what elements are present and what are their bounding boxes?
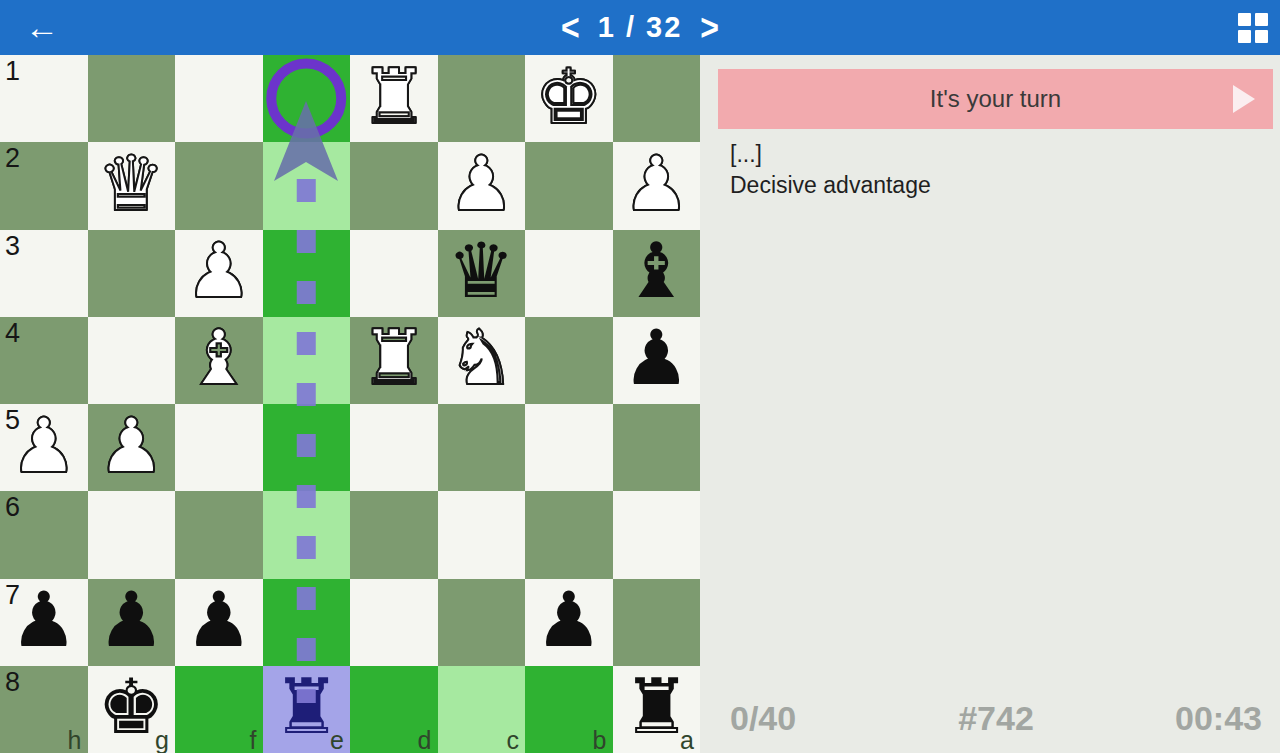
- timer: 00:43: [1175, 699, 1262, 738]
- back-arrow-icon: ←: [25, 0, 59, 55]
- square-d4[interactable]: ♜: [350, 317, 438, 404]
- square-a8[interactable]: a♜: [613, 666, 701, 753]
- square-g2[interactable]: ♛: [88, 142, 176, 229]
- rank-label-2: 2: [5, 143, 20, 174]
- piece-bP-b7: ♟: [535, 578, 603, 662]
- square-f8[interactable]: f: [175, 666, 263, 753]
- rank-label-1: 1: [5, 56, 20, 87]
- square-e3[interactable]: [263, 230, 351, 317]
- page-indicator: 1 / 32: [598, 11, 683, 44]
- square-b4[interactable]: [525, 317, 613, 404]
- square-d2[interactable]: [350, 142, 438, 229]
- square-d8[interactable]: d: [350, 666, 438, 753]
- square-g4[interactable]: [88, 317, 176, 404]
- piece-bR-e8: ♜: [272, 665, 340, 749]
- square-g7[interactable]: ♟: [88, 579, 176, 666]
- rank-label-5: 5: [5, 405, 20, 436]
- square-f4[interactable]: ♝: [175, 317, 263, 404]
- square-h1[interactable]: 1: [0, 55, 88, 142]
- piece-wR-d1: ♜: [360, 55, 428, 139]
- square-c4[interactable]: ♞: [438, 317, 526, 404]
- piece-wK-b1: ♚: [535, 55, 603, 139]
- piece-wP-h5: ♟: [10, 404, 78, 488]
- piece-bR-a8: ♜: [622, 665, 690, 749]
- square-h6[interactable]: 6: [0, 491, 88, 578]
- play-icon[interactable]: [1233, 85, 1255, 113]
- square-e1[interactable]: [263, 55, 351, 142]
- piece-bP-a4: ♟: [622, 316, 690, 400]
- square-d7[interactable]: [350, 579, 438, 666]
- square-e8[interactable]: e♜: [263, 666, 351, 753]
- chess-board[interactable]: 1♜♚2♛♟♟3♟♛♝4♝♜♞♟5♟♟67♟♟♟♟8hg♚fe♜dcba♜: [0, 55, 700, 753]
- square-b7[interactable]: ♟: [525, 579, 613, 666]
- file-label-d: d: [418, 726, 432, 753]
- file-label-e: e: [330, 726, 344, 753]
- square-f3[interactable]: ♟: [175, 230, 263, 317]
- square-g1[interactable]: [88, 55, 176, 142]
- file-label-c: c: [507, 726, 520, 753]
- square-f1[interactable]: [175, 55, 263, 142]
- piece-bQ-c3: ♛: [447, 229, 515, 313]
- square-a4[interactable]: ♟: [613, 317, 701, 404]
- square-f6[interactable]: [175, 491, 263, 578]
- file-label-h: h: [68, 726, 82, 753]
- piece-wP-a2: ♟: [622, 142, 690, 226]
- square-e6[interactable]: [263, 491, 351, 578]
- square-e7[interactable]: [263, 579, 351, 666]
- square-e4[interactable]: [263, 317, 351, 404]
- square-f5[interactable]: [175, 404, 263, 491]
- piece-bK-g8: ♚: [97, 665, 165, 749]
- square-h8[interactable]: 8h: [0, 666, 88, 753]
- piece-bP-g7: ♟: [97, 578, 165, 662]
- square-h4[interactable]: 4: [0, 317, 88, 404]
- square-d5[interactable]: [350, 404, 438, 491]
- square-h3[interactable]: 3: [0, 230, 88, 317]
- piece-bB-a3: ♝: [622, 229, 690, 313]
- top-app-bar: ← < 1 / 32 >: [0, 0, 1280, 55]
- square-h2[interactable]: 2: [0, 142, 88, 229]
- piece-wQ-g2: ♛: [97, 142, 165, 226]
- rank-label-7: 7: [5, 580, 20, 611]
- square-d1[interactable]: ♜: [350, 55, 438, 142]
- side-panel: It's your turn [...] Decisive advantage …: [700, 55, 1280, 753]
- piece-wP-f3: ♟: [185, 229, 253, 313]
- square-g8[interactable]: g♚: [88, 666, 176, 753]
- square-b5[interactable]: [525, 404, 613, 491]
- square-a3[interactable]: ♝: [613, 230, 701, 317]
- square-a1[interactable]: [613, 55, 701, 142]
- square-c7[interactable]: [438, 579, 526, 666]
- square-a7[interactable]: [613, 579, 701, 666]
- square-g5[interactable]: ♟: [88, 404, 176, 491]
- puzzle-annotation: [...] Decisive advantage: [730, 139, 931, 201]
- annotation-line1: [...]: [730, 139, 931, 170]
- next-puzzle-button[interactable]: >: [700, 6, 719, 49]
- square-g6[interactable]: [88, 491, 176, 578]
- previous-puzzle-button[interactable]: <: [561, 6, 580, 49]
- turn-banner-label: It's your turn: [930, 85, 1061, 113]
- file-label-f: f: [250, 726, 257, 753]
- square-d3[interactable]: [350, 230, 438, 317]
- square-c1[interactable]: [438, 55, 526, 142]
- piece-bP-h7: ♟: [10, 578, 78, 662]
- square-d6[interactable]: [350, 491, 438, 578]
- square-c6[interactable]: [438, 491, 526, 578]
- piece-bP-f7: ♟: [185, 578, 253, 662]
- square-h7[interactable]: 7♟: [0, 579, 88, 666]
- rank-label-6: 6: [5, 492, 20, 523]
- square-e2[interactable]: [263, 142, 351, 229]
- piece-wP-c2: ♟: [447, 142, 515, 226]
- rank-label-4: 4: [5, 318, 20, 349]
- piece-wB-f4: ♝: [185, 316, 253, 400]
- turn-banner[interactable]: It's your turn: [718, 69, 1273, 129]
- square-c8[interactable]: c: [438, 666, 526, 753]
- puzzle-navigation: < 1 / 32 >: [561, 0, 719, 55]
- file-label-b: b: [593, 726, 607, 753]
- square-g3[interactable]: [88, 230, 176, 317]
- square-b3[interactable]: [525, 230, 613, 317]
- square-b2[interactable]: [525, 142, 613, 229]
- piece-wR-d4: ♜: [360, 316, 428, 400]
- rank-label-3: 3: [5, 231, 20, 262]
- square-a6[interactable]: [613, 491, 701, 578]
- square-a5[interactable]: [613, 404, 701, 491]
- square-c3[interactable]: ♛: [438, 230, 526, 317]
- square-h5[interactable]: 5♟: [0, 404, 88, 491]
- file-label-g: g: [155, 726, 169, 753]
- square-e5[interactable]: [263, 404, 351, 491]
- square-b1[interactable]: ♚: [525, 55, 613, 142]
- piece-wN-c4: ♞: [447, 316, 515, 400]
- file-label-a: a: [680, 726, 694, 753]
- status-bar: 0/40 #742 00:43: [730, 699, 1262, 737]
- rank-label-8: 8: [5, 667, 20, 698]
- grid-menu-icon[interactable]: [1238, 13, 1268, 43]
- square-f7[interactable]: ♟: [175, 579, 263, 666]
- square-c2[interactable]: ♟: [438, 142, 526, 229]
- annotation-line2: Decisive advantage: [730, 170, 931, 201]
- square-b6[interactable]: [525, 491, 613, 578]
- back-button[interactable]: ←: [20, 0, 64, 55]
- square-a2[interactable]: ♟: [613, 142, 701, 229]
- square-c5[interactable]: [438, 404, 526, 491]
- square-b8[interactable]: b: [525, 666, 613, 753]
- piece-wP-g5: ♟: [97, 404, 165, 488]
- square-f2[interactable]: [175, 142, 263, 229]
